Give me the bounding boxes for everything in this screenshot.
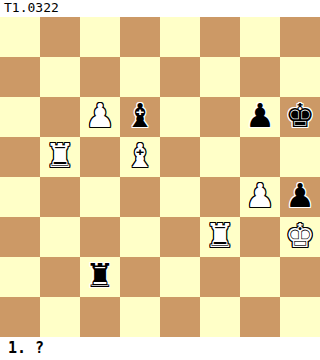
black-pawn-icon: ♟ [245,97,275,136]
square-b8[interactable] [40,17,80,57]
square-b5[interactable]: ♜ [40,137,80,177]
square-d1[interactable] [120,297,160,337]
square-b2[interactable] [40,257,80,297]
diagram-title: T1.0322 [0,0,320,17]
square-b4[interactable] [40,177,80,217]
square-c7[interactable] [80,57,120,97]
square-e1[interactable] [160,297,200,337]
black-king-icon: ♚ [285,97,315,136]
square-f8[interactable] [200,17,240,57]
square-d4[interactable] [120,177,160,217]
square-a4[interactable] [0,177,40,217]
square-a1[interactable] [0,297,40,337]
white-king-icon: ♚ [285,217,315,256]
square-g2[interactable] [240,257,280,297]
square-b6[interactable] [40,97,80,137]
square-g8[interactable] [240,17,280,57]
square-a6[interactable] [0,97,40,137]
white-rook-icon: ♜ [45,137,75,176]
square-e3[interactable] [160,217,200,257]
white-pawn-icon: ♟ [245,177,275,216]
white-bishop-icon: ♝ [125,137,155,176]
square-b1[interactable] [40,297,80,337]
white-rook-icon: ♜ [205,217,235,256]
square-e2[interactable] [160,257,200,297]
black-pawn-icon: ♟ [285,177,315,216]
square-h4[interactable]: ♟ [280,177,320,217]
square-d2[interactable] [120,257,160,297]
square-b3[interactable] [40,217,80,257]
square-h7[interactable] [280,57,320,97]
square-d5[interactable]: ♝ [120,137,160,177]
square-f4[interactable] [200,177,240,217]
square-a3[interactable] [0,217,40,257]
square-h5[interactable] [280,137,320,177]
square-h6[interactable]: ♚ [280,97,320,137]
square-d7[interactable] [120,57,160,97]
square-f3[interactable]: ♜ [200,217,240,257]
square-g7[interactable] [240,57,280,97]
black-bishop-icon: ♝ [125,97,155,136]
white-pawn-icon: ♟ [85,97,115,136]
square-g4[interactable]: ♟ [240,177,280,217]
square-c4[interactable] [80,177,120,217]
square-d6[interactable]: ♝ [120,97,160,137]
square-h1[interactable] [280,297,320,337]
square-g1[interactable] [240,297,280,337]
square-d8[interactable] [120,17,160,57]
square-b7[interactable] [40,57,80,97]
square-c8[interactable] [80,17,120,57]
square-a5[interactable] [0,137,40,177]
square-c2[interactable]: ♜ [80,257,120,297]
square-c6[interactable]: ♟ [80,97,120,137]
square-f6[interactable] [200,97,240,137]
square-g3[interactable] [240,217,280,257]
chess-diagram-window: T1.0322 ♟♝♟♚♜♝♟♟♜♚♜ 1. ? [0,0,320,360]
square-f5[interactable] [200,137,240,177]
square-h8[interactable] [280,17,320,57]
move-prompt: 1. ? [0,337,320,360]
square-h3[interactable]: ♚ [280,217,320,257]
square-a8[interactable] [0,17,40,57]
black-rook-icon: ♜ [85,257,115,296]
square-e5[interactable] [160,137,200,177]
square-e7[interactable] [160,57,200,97]
square-a2[interactable] [0,257,40,297]
chess-board: ♟♝♟♚♜♝♟♟♜♚♜ [0,17,320,337]
square-e8[interactable] [160,17,200,57]
square-e4[interactable] [160,177,200,217]
square-c5[interactable] [80,137,120,177]
square-f2[interactable] [200,257,240,297]
square-f1[interactable] [200,297,240,337]
square-d3[interactable] [120,217,160,257]
square-g6[interactable]: ♟ [240,97,280,137]
square-c3[interactable] [80,217,120,257]
square-g5[interactable] [240,137,280,177]
square-f7[interactable] [200,57,240,97]
square-c1[interactable] [80,297,120,337]
square-a7[interactable] [0,57,40,97]
square-h2[interactable] [280,257,320,297]
square-e6[interactable] [160,97,200,137]
